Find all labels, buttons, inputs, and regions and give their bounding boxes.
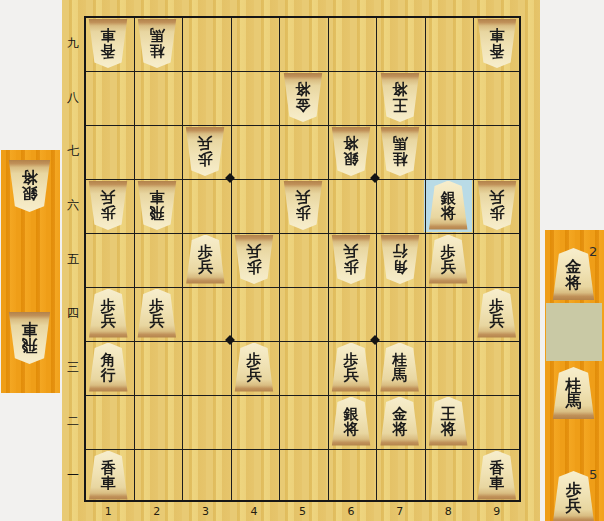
piece-silver-up-8-4[interactable]: 銀将	[424, 178, 473, 232]
piece-pawn-down-6-5[interactable]: 歩兵	[327, 232, 376, 286]
koma-body: 歩兵	[331, 343, 371, 392]
file-label-4: 4	[230, 503, 279, 520]
koma-body: 銀将	[331, 127, 371, 176]
piece-rook-down-2-4[interactable]: 飛車	[133, 178, 182, 232]
file-label-2: 2	[133, 503, 182, 520]
piece-knight-down-7-3[interactable]: 桂馬	[375, 124, 424, 178]
hand-count-pawn: 5	[589, 467, 597, 482]
piece-pawn-up-6-7[interactable]: 歩兵	[327, 340, 376, 394]
piece-pawn-down-5-4[interactable]: 歩兵	[278, 178, 327, 232]
file-label-5: 5	[278, 503, 327, 520]
koma-body: 歩兵	[234, 235, 274, 284]
hand-piece-rook[interactable]: 飛車	[8, 312, 51, 364]
piece-pawn-down-3-3[interactable]: 歩兵	[181, 124, 230, 178]
rank-label-6: 四	[63, 286, 83, 340]
hand-count-gold: 2	[589, 244, 597, 259]
koma-body: 桂馬	[552, 367, 595, 419]
koma-body: 桂馬	[137, 19, 177, 68]
captured-stand-right: 金将2桂馬歩兵5	[545, 230, 604, 521]
koma-body: 桂馬	[380, 127, 420, 176]
koma-body: 銀将	[331, 397, 371, 446]
koma-body: 歩兵	[477, 181, 517, 230]
koma-body: 歩兵	[331, 235, 371, 284]
hand-piece-knight[interactable]: 桂馬	[552, 367, 595, 419]
piece-king-up-8-8[interactable]: 王将	[424, 394, 473, 448]
piece-knight-down-2-1[interactable]: 桂馬	[133, 16, 182, 70]
piece-lance-down-9-1[interactable]: 香車	[472, 16, 521, 70]
file-label-7: 7	[375, 503, 424, 520]
rank-label-5: 五	[63, 232, 83, 286]
piece-silver-up-6-8[interactable]: 銀将	[327, 394, 376, 448]
koma-body: 銀将	[8, 160, 51, 212]
koma-body: 角行	[380, 235, 420, 284]
file-label-6: 6	[327, 503, 376, 520]
piece-pawn-down-9-4[interactable]: 歩兵	[472, 178, 521, 232]
piece-knight-up-7-7[interactable]: 桂馬	[375, 340, 424, 394]
file-label-9: 9	[472, 503, 521, 520]
piece-lance-down-1-1[interactable]: 香車	[84, 16, 133, 70]
piece-pawn-up-9-6[interactable]: 歩兵	[472, 286, 521, 340]
piece-lance-up-9-9[interactable]: 香車	[472, 448, 521, 502]
koma-body: 香車	[477, 451, 517, 500]
koma-body: 歩兵	[185, 127, 225, 176]
koma-body: 角行	[88, 343, 128, 392]
hand-piece-silver[interactable]: 銀将	[8, 160, 51, 212]
file-label-1: 1	[84, 503, 133, 520]
captured-stand-left: 銀将飛車	[1, 150, 60, 393]
rank-label-9: 一	[63, 448, 83, 502]
rank-label-3: 七	[63, 124, 83, 178]
koma-body: 歩兵	[88, 181, 128, 230]
piece-pawn-up-8-5[interactable]: 歩兵	[424, 232, 473, 286]
piece-bishop-down-7-5[interactable]: 角行	[375, 232, 424, 286]
piece-gold-up-7-8[interactable]: 金将	[375, 394, 424, 448]
empty-hand-slot[interactable]	[546, 303, 602, 361]
board-grid[interactable]: 香車桂馬香車金将王将歩兵銀将桂馬歩兵飛車歩兵銀将歩兵歩兵歩兵歩兵角行歩兵歩兵歩兵…	[84, 16, 521, 502]
piece-lance-up-1-9[interactable]: 香車	[84, 448, 133, 502]
koma-body: 歩兵	[88, 289, 128, 338]
piece-pawn-up-1-6[interactable]: 歩兵	[84, 286, 133, 340]
rank-label-1: 九	[63, 16, 83, 70]
koma-body: 香車	[88, 451, 128, 500]
koma-body: 銀将	[428, 181, 468, 230]
koma-body: 金将	[283, 73, 323, 122]
koma-body: 香車	[88, 19, 128, 68]
file-label-3: 3	[181, 503, 230, 520]
file-label-8: 8	[424, 503, 473, 520]
koma-body: 歩兵	[234, 343, 274, 392]
koma-body: 王将	[428, 397, 468, 446]
koma-body: 金将	[380, 397, 420, 446]
koma-body: 香車	[477, 19, 517, 68]
koma-body: 飛車	[8, 312, 51, 364]
koma-body: 桂馬	[380, 343, 420, 392]
piece-pawn-down-1-4[interactable]: 歩兵	[84, 178, 133, 232]
piece-pawn-down-4-5[interactable]: 歩兵	[230, 232, 279, 286]
koma-body: 歩兵	[185, 235, 225, 284]
rank-label-8: 二	[63, 394, 83, 448]
koma-body: 歩兵	[137, 289, 177, 338]
koma-body: 王将	[380, 73, 420, 122]
piece-silver-down-6-3[interactable]: 銀将	[327, 124, 376, 178]
rank-label-4: 六	[63, 178, 83, 232]
piece-pawn-up-3-5[interactable]: 歩兵	[181, 232, 230, 286]
piece-pawn-up-4-7[interactable]: 歩兵	[230, 340, 279, 394]
koma-body: 歩兵	[428, 235, 468, 284]
koma-body: 歩兵	[283, 181, 323, 230]
piece-pawn-up-2-6[interactable]: 歩兵	[133, 286, 182, 340]
rank-label-7: 三	[63, 340, 83, 394]
piece-king-down-7-2[interactable]: 王将	[375, 70, 424, 124]
shogi-app: 香車桂馬香車金将王将歩兵銀将桂馬歩兵飛車歩兵銀将歩兵歩兵歩兵歩兵角行歩兵歩兵歩兵…	[0, 0, 604, 521]
koma-body: 飛車	[137, 181, 177, 230]
piece-bishop-up-1-7[interactable]: 角行	[84, 340, 133, 394]
koma-body: 歩兵	[477, 289, 517, 338]
piece-gold-down-5-2[interactable]: 金将	[278, 70, 327, 124]
rank-label-2: 八	[63, 70, 83, 124]
